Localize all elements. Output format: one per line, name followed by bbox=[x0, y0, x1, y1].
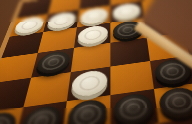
depth-blur-near bbox=[0, 108, 192, 124]
depth-blur-upper bbox=[0, 22, 192, 38]
black-piece bbox=[34, 50, 71, 76]
photo-scene bbox=[0, 0, 192, 124]
white-piece bbox=[70, 69, 107, 99]
depth-blur-far bbox=[0, 0, 192, 22]
